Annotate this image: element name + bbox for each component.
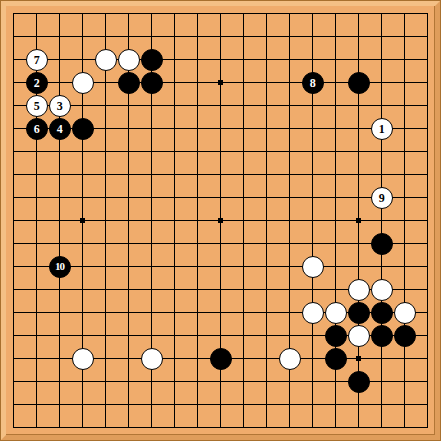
black-stone <box>141 49 163 71</box>
grid-line-vertical <box>404 13 405 428</box>
white-stone <box>371 279 393 301</box>
black-stone <box>325 348 347 370</box>
grid-line-vertical <box>381 13 382 428</box>
black-stone <box>72 118 94 140</box>
black-stone <box>325 325 347 347</box>
white-stone <box>302 302 324 324</box>
white-stone <box>95 49 117 71</box>
grid-line-horizontal <box>13 404 428 405</box>
white-stone <box>348 325 370 347</box>
white-stone <box>141 348 163 370</box>
move-number-label: 10 <box>55 261 64 272</box>
move-number-label: 3 <box>57 100 63 112</box>
black-stone <box>371 233 393 255</box>
grid-line-vertical <box>427 13 428 428</box>
white-stone <box>72 348 94 370</box>
move-number-label: 2 <box>34 77 40 89</box>
grid-line-horizontal <box>13 266 428 267</box>
black-stone: 10 <box>49 256 71 278</box>
grid-line-vertical <box>243 13 244 428</box>
white-stone <box>72 72 94 94</box>
white-stone <box>394 302 416 324</box>
go-board-diagram: 72853641910 <box>0 0 441 441</box>
white-stone <box>279 348 301 370</box>
white-stone <box>302 256 324 278</box>
black-stone <box>348 72 370 94</box>
white-stone <box>348 279 370 301</box>
star-point <box>80 218 85 223</box>
move-number-label: 1 <box>379 123 385 135</box>
move-number-label: 9 <box>379 192 385 204</box>
move-number-label: 6 <box>34 123 40 135</box>
black-stone <box>371 325 393 347</box>
white-stone: 1 <box>371 118 393 140</box>
move-number-label: 5 <box>34 100 40 112</box>
white-stone: 7 <box>26 49 48 71</box>
grid-line-vertical <box>266 13 267 428</box>
star-point <box>218 80 223 85</box>
black-stone: 6 <box>26 118 48 140</box>
white-stone: 5 <box>26 95 48 117</box>
star-point <box>218 218 223 223</box>
black-stone <box>141 72 163 94</box>
black-stone <box>118 72 140 94</box>
white-stone <box>325 302 347 324</box>
black-stone: 4 <box>49 118 71 140</box>
white-stone <box>118 49 140 71</box>
grid-line-horizontal <box>13 243 428 244</box>
star-point <box>356 356 361 361</box>
move-number-label: 8 <box>310 77 316 89</box>
black-stone <box>348 302 370 324</box>
black-stone <box>210 348 232 370</box>
white-stone: 3 <box>49 95 71 117</box>
black-stone <box>394 325 416 347</box>
black-stone <box>371 302 393 324</box>
move-number-label: 4 <box>57 123 63 135</box>
black-stone: 2 <box>26 72 48 94</box>
star-point <box>356 218 361 223</box>
white-stone: 9 <box>371 187 393 209</box>
black-stone: 8 <box>302 72 324 94</box>
move-number-label: 7 <box>34 54 40 66</box>
grid-line-horizontal <box>13 427 428 428</box>
black-stone <box>348 371 370 393</box>
